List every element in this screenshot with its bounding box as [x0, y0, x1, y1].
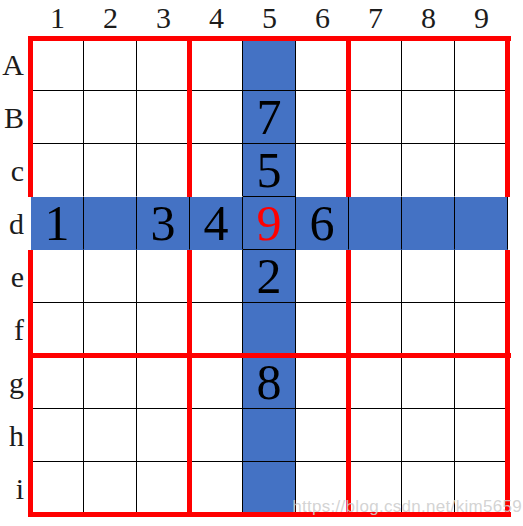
cell-f8[interactable] [402, 303, 455, 356]
cell-g5[interactable]: 8 [243, 356, 296, 409]
cell-f6[interactable] [296, 303, 349, 356]
row-label-B: B [0, 91, 27, 144]
cell-d7[interactable] [349, 197, 402, 250]
col-label-6: 6 [296, 1, 349, 35]
cell-h7[interactable] [349, 409, 402, 462]
box-border-col3-4-upper [187, 36, 192, 197]
cell-f4[interactable] [190, 303, 243, 356]
sudoku-diagram: 123456789 ABcdefghi 751349628 https://bl… [0, 0, 523, 526]
cell-f3[interactable] [137, 303, 190, 356]
cell-d4[interactable]: 4 [190, 197, 243, 250]
cell-h9[interactable] [455, 409, 508, 462]
box-border-left-lower [28, 250, 33, 517]
cell-i4[interactable] [190, 462, 243, 515]
cell-A5[interactable] [243, 38, 296, 91]
cell-g2[interactable] [84, 356, 137, 409]
col-label-1: 1 [31, 1, 84, 35]
cell-f5[interactable] [243, 303, 296, 356]
cell-A3[interactable] [137, 38, 190, 91]
cell-d5[interactable]: 9 [243, 197, 296, 250]
cell-f1[interactable] [31, 303, 84, 356]
cell-f2[interactable] [84, 303, 137, 356]
box-border-col6-7-upper [346, 36, 351, 197]
row-label-d: d [0, 197, 27, 250]
cell-e2[interactable] [84, 250, 137, 303]
cell-e5[interactable]: 2 [243, 250, 296, 303]
col-label-4: 4 [190, 1, 243, 35]
cell-i1[interactable] [31, 462, 84, 515]
col-label-7: 7 [349, 1, 402, 35]
cell-d8[interactable] [402, 197, 455, 250]
cell-g1[interactable] [31, 356, 84, 409]
cell-e4[interactable] [190, 250, 243, 303]
cell-B2[interactable] [84, 91, 137, 144]
cell-c1[interactable] [31, 144, 84, 197]
cell-c2[interactable] [84, 144, 137, 197]
cell-i2[interactable] [84, 462, 137, 515]
cell-B7[interactable] [349, 91, 402, 144]
row-label-c: c [0, 144, 27, 197]
cell-d9[interactable] [455, 197, 508, 250]
cell-A1[interactable] [31, 38, 84, 91]
cell-A7[interactable] [349, 38, 402, 91]
cell-h6[interactable] [296, 409, 349, 462]
cell-e6[interactable] [296, 250, 349, 303]
cell-c6[interactable] [296, 144, 349, 197]
cell-f9[interactable] [455, 303, 508, 356]
cell-A9[interactable] [455, 38, 508, 91]
col-label-2: 2 [84, 1, 137, 35]
sudoku-grid: 751349628 [31, 38, 508, 515]
row-label-A: A [0, 38, 27, 91]
cell-h3[interactable] [137, 409, 190, 462]
cell-i5[interactable] [243, 462, 296, 515]
cell-e8[interactable] [402, 250, 455, 303]
cell-B9[interactable] [455, 91, 508, 144]
cell-e7[interactable] [349, 250, 402, 303]
col-label-5: 5 [243, 1, 296, 35]
box-border-left-upper [28, 36, 33, 197]
cell-B5[interactable]: 7 [243, 91, 296, 144]
cell-e1[interactable] [31, 250, 84, 303]
cell-h2[interactable] [84, 409, 137, 462]
box-border-col3-4-lower [187, 250, 192, 517]
cell-c7[interactable] [349, 144, 402, 197]
cell-B8[interactable] [402, 91, 455, 144]
cell-g7[interactable] [349, 356, 402, 409]
cell-d3[interactable]: 3 [137, 197, 190, 250]
cell-A4[interactable] [190, 38, 243, 91]
cell-B4[interactable] [190, 91, 243, 144]
box-border-right-upper [505, 36, 510, 197]
cell-B1[interactable] [31, 91, 84, 144]
col-label-9: 9 [455, 1, 508, 35]
cell-e9[interactable] [455, 250, 508, 303]
watermark-text: https://blog.csdn.net/kim5659 [292, 497, 522, 517]
box-border-row-f-g [28, 353, 511, 358]
cell-e3[interactable] [137, 250, 190, 303]
cell-B3[interactable] [137, 91, 190, 144]
cell-d2[interactable] [84, 197, 137, 250]
col-label-3: 3 [137, 1, 190, 35]
row-label-f: f [0, 303, 27, 356]
box-border-col6-7-lower [346, 250, 351, 517]
row-label-i: i [0, 462, 27, 515]
cell-h1[interactable] [31, 409, 84, 462]
cell-h8[interactable] [402, 409, 455, 462]
cell-A8[interactable] [402, 38, 455, 91]
cell-g3[interactable] [137, 356, 190, 409]
cell-c4[interactable] [190, 144, 243, 197]
cell-B6[interactable] [296, 91, 349, 144]
cell-h5[interactable] [243, 409, 296, 462]
box-border-right-lower [505, 250, 510, 517]
cell-i3[interactable] [137, 462, 190, 515]
row-label-h: h [0, 409, 27, 462]
cell-g8[interactable] [402, 356, 455, 409]
row-label-g: g [0, 356, 27, 409]
col-label-8: 8 [402, 1, 455, 35]
cell-d1[interactable]: 1 [31, 197, 84, 250]
cell-g9[interactable] [455, 356, 508, 409]
row-labels: ABcdefghi [0, 38, 27, 515]
cell-A6[interactable] [296, 38, 349, 91]
column-labels: 123456789 [31, 1, 508, 35]
cell-c8[interactable] [402, 144, 455, 197]
row-label-e: e [0, 250, 27, 303]
cell-A2[interactable] [84, 38, 137, 91]
cell-f7[interactable] [349, 303, 402, 356]
cell-c9[interactable] [455, 144, 508, 197]
box-border-top [28, 36, 511, 41]
cell-h4[interactable] [190, 409, 243, 462]
cell-c5[interactable]: 5 [243, 144, 296, 197]
cell-g6[interactable] [296, 356, 349, 409]
cell-g4[interactable] [190, 356, 243, 409]
cell-d6[interactable]: 6 [296, 197, 349, 250]
cell-c3[interactable] [137, 144, 190, 197]
